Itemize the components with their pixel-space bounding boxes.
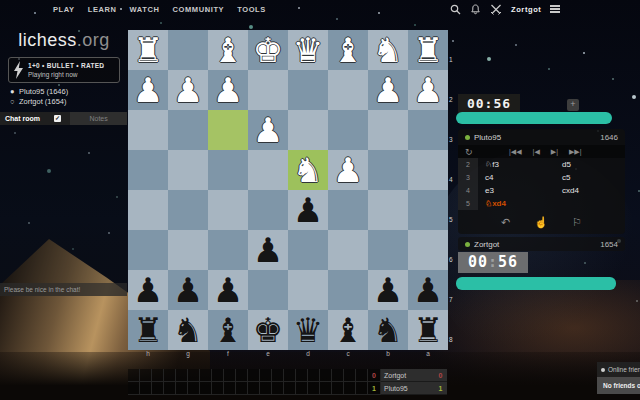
square-h1[interactable]: ♜ [128, 30, 168, 70]
file-label-e: e [248, 350, 288, 357]
crosstable-empty-cell [356, 382, 368, 395]
square-c4[interactable]: ♟ [328, 150, 368, 190]
nav-item-watch[interactable]: WATCH [130, 5, 160, 14]
crosstable-empty-cell [308, 369, 320, 382]
piece-black-rook: ♜ [128, 310, 168, 350]
black-player-link[interactable]: ○Zortgot (1654) [10, 97, 68, 107]
piece-black-pawn: ♟ [408, 270, 448, 310]
square-d1[interactable]: ♛ [288, 30, 328, 70]
crosstable-empty-cell [200, 369, 212, 382]
opponent-clock: 00:56 [458, 94, 520, 113]
square-h7[interactable]: ♟ [128, 270, 168, 310]
opponent-row: Pluto95 1646 [458, 129, 625, 145]
username-menu[interactable]: Zortgot [511, 5, 541, 14]
square-c7[interactable] [328, 270, 368, 310]
crosstable-empty-cell [236, 382, 248, 395]
rank-label-1: 1 [449, 30, 457, 70]
crosstable-empty-cell [236, 369, 248, 382]
hamburger-menu-icon[interactable] [550, 4, 560, 15]
rank-label-2: 2 [449, 70, 457, 110]
piece-black-pawn: ♟ [128, 270, 168, 310]
piece-black-bishop: ♝ [208, 310, 248, 350]
move-black[interactable]: d5 [555, 158, 625, 171]
file-label-f: f [208, 350, 248, 357]
piece-black-knight: ♞ [168, 310, 208, 350]
square-a5[interactable] [408, 190, 448, 230]
piece-white-pawn: ♟ [368, 70, 408, 110]
player-name[interactable]: Zortgot [474, 240, 499, 249]
tab-notes[interactable]: Notes [70, 112, 127, 125]
crosstable-empty-cell [212, 382, 224, 395]
move-white[interactable]: ♘f3 [478, 158, 555, 171]
move-black[interactable]: cxd4 [555, 184, 625, 197]
crosstable-empty-cell [188, 369, 200, 382]
crosstable-empty-cell [248, 369, 260, 382]
crosstable-empty-cell [284, 382, 296, 395]
square-h6[interactable] [128, 230, 168, 270]
top-nav: PLAY LEARN WATCH COMMUNITY TOOLS Zortgot [0, 0, 640, 18]
square-g7[interactable]: ♟ [168, 270, 208, 310]
chess-board: ♜♝♚♛♝♞♜♟♟♟♟♟♟♞♟♟♟♟♟♟♟♟♜♞♝♚♛♝♞♜ [128, 30, 448, 350]
square-c2[interactable] [328, 70, 368, 110]
square-h4[interactable] [128, 150, 168, 190]
white-player-marker: ● [10, 87, 19, 97]
player-time-bar [456, 277, 616, 290]
crosstable-empty-cell [188, 382, 200, 395]
piece-white-pawn: ♟ [328, 150, 368, 190]
resign-flag-button[interactable]: ⚐ [572, 216, 582, 229]
square-a3[interactable] [408, 110, 448, 150]
square-e6[interactable]: ♟ [248, 230, 288, 270]
white-player-link[interactable]: ●Pluto95 (1646) [10, 87, 68, 97]
rank-label-4: 4 [449, 150, 457, 190]
square-f1[interactable]: ♝ [208, 30, 248, 70]
piece-black-pawn: ♟ [248, 230, 288, 270]
rank-label-6: 6 [449, 230, 457, 270]
crosstable-empty-cell [344, 369, 356, 382]
piece-white-knight: ♞ [368, 30, 408, 70]
crosstable-total-score: 1 [434, 382, 447, 395]
square-c3[interactable] [328, 110, 368, 150]
square-a7[interactable]: ♟ [408, 270, 448, 310]
game-time-mode: 1+0 • BULLET • RATED [28, 61, 104, 70]
move-list: 2♘f3d53c4c54e3cxd45♘xd4 [458, 158, 625, 212]
crosstable-empty-cell [164, 369, 176, 382]
crosstable-empty-cell [296, 382, 308, 395]
piece-white-rook: ♜ [128, 30, 168, 70]
crosstable-empty-cell [260, 382, 272, 395]
crosstable-empty-cell [176, 369, 188, 382]
file-coordinates: hgfedcba [128, 350, 448, 357]
tab-chat-room[interactable]: Chat room ✓ [0, 112, 70, 125]
prev-move-button[interactable]: |◀ [533, 148, 540, 156]
piece-white-rook: ♜ [408, 30, 448, 70]
crosstable-empty-cell [272, 382, 284, 395]
square-e5[interactable] [248, 190, 288, 230]
piece-white-bishop: ♝ [208, 30, 248, 70]
square-a8[interactable]: ♜ [408, 310, 448, 350]
crosstable-empty-cell [296, 369, 308, 382]
crosstable-empty-cell [128, 382, 140, 395]
square-f2[interactable]: ♟ [208, 70, 248, 110]
move-number: 4 [458, 184, 478, 197]
crosstable-empty-cell [332, 382, 344, 395]
crosstable-empty-cell [176, 382, 188, 395]
square-d2[interactable] [288, 70, 328, 110]
square-h3[interactable] [128, 110, 168, 150]
crosstable-empty-cell [140, 369, 152, 382]
square-e8[interactable]: ♚ [248, 310, 288, 350]
piece-white-queen: ♛ [288, 30, 328, 70]
nav-item-community[interactable]: COMMUNITY [173, 5, 225, 14]
clock-colon: : [488, 253, 498, 271]
crosstable-total-score: 0 [434, 369, 447, 382]
chat-input[interactable]: Please be nice in the chat! [0, 283, 127, 296]
square-g1[interactable] [168, 30, 208, 70]
rank-label-7: 7 [449, 270, 457, 310]
piece-white-pawn: ♟ [208, 70, 248, 110]
piece-black-king: ♚ [248, 310, 288, 350]
opponent-rating: 1646 [600, 133, 618, 142]
lichess-logo[interactable]: lichess.org [0, 30, 128, 51]
crosstable-game-result[interactable]: 1 [368, 382, 381, 395]
file-label-h: h [128, 350, 168, 357]
online-friends-box: Online friends No friends online [597, 362, 640, 394]
crosstable-empty-cell [128, 369, 140, 382]
move-white[interactable]: ♘xd4 [478, 197, 555, 210]
square-h8[interactable]: ♜ [128, 310, 168, 350]
square-b7[interactable]: ♟ [368, 270, 408, 310]
square-e7[interactable] [248, 270, 288, 310]
square-g2[interactable]: ♟ [168, 70, 208, 110]
crosstable-empty-cell [284, 369, 296, 382]
square-g8[interactable]: ♞ [168, 310, 208, 350]
piece-black-pawn: ♟ [288, 190, 328, 230]
square-g6[interactable] [168, 230, 208, 270]
piece-white-pawn: ♟ [248, 110, 288, 150]
game-status: Playing right now [28, 70, 104, 79]
file-label-a: a [408, 350, 448, 357]
opponent-time-bar [456, 112, 612, 124]
square-e4[interactable] [248, 150, 288, 190]
square-b1[interactable]: ♞ [368, 30, 408, 70]
piece-black-pawn: ♟ [208, 270, 248, 310]
square-f8[interactable]: ♝ [208, 310, 248, 350]
move-number: 3 [458, 171, 478, 184]
crosstable-empty-cell [260, 369, 272, 382]
crosstable-empty-cell [272, 369, 284, 382]
move-row: 2♘f3d5 [458, 158, 625, 171]
file-label-g: g [168, 350, 208, 357]
chat-messages-area [0, 125, 127, 283]
piece-white-knight: ♞ [288, 150, 328, 190]
move-row: 5♘xd4 [458, 197, 625, 210]
lightning-bolt-icon [14, 61, 23, 79]
crosstable-empty-cell [224, 382, 236, 395]
move-black[interactable] [555, 197, 625, 210]
no-friends-message: No friends online [597, 377, 640, 394]
piece-white-pawn: ♟ [168, 70, 208, 110]
square-a2[interactable]: ♟ [408, 70, 448, 110]
opponent-name[interactable]: Pluto95 [474, 133, 501, 142]
square-h2[interactable]: ♟ [128, 70, 168, 110]
square-b2[interactable]: ♟ [368, 70, 408, 110]
piece-black-pawn: ♟ [368, 270, 408, 310]
crosstable-empty-cell [308, 382, 320, 395]
piece-white-bishop: ♝ [328, 30, 368, 70]
crosstable-player-name[interactable]: Pluto95 [381, 382, 434, 395]
first-move-button[interactable]: |◀◀ [509, 148, 522, 156]
player-rating: 1654 [600, 240, 618, 249]
square-c5[interactable] [328, 190, 368, 230]
next-move-button[interactable]: ▶| [551, 148, 558, 156]
challenge-swords-icon[interactable] [490, 4, 502, 15]
square-b5[interactable] [368, 190, 408, 230]
crosstable-empty-cell [152, 382, 164, 395]
crosstable-empty-cell [356, 369, 368, 382]
match-crosstable: 0Zortgot01Pluto951 [128, 369, 448, 395]
game-action-buttons: ↶ ☝ ⚐ [458, 212, 625, 232]
file-label-b: b [368, 350, 408, 357]
last-move-button[interactable]: ▶▶| [569, 148, 582, 156]
move-row: 3c4c5 [458, 171, 625, 184]
move-row: 4e3cxd4 [458, 184, 625, 197]
square-c6[interactable] [328, 230, 368, 270]
crosstable-empty-cell [332, 369, 344, 382]
square-a6[interactable] [408, 230, 448, 270]
piece-black-pawn: ♟ [168, 270, 208, 310]
square-d6[interactable] [288, 230, 328, 270]
move-number: 5 [458, 197, 478, 210]
square-c8[interactable]: ♝ [328, 310, 368, 350]
square-b4[interactable] [368, 150, 408, 190]
online-dot-icon [465, 242, 470, 247]
game-info-box: 1+0 • BULLET • RATED Playing right now [8, 57, 120, 83]
square-e2[interactable] [248, 70, 288, 110]
square-a4[interactable] [408, 150, 448, 190]
square-b3[interactable] [368, 110, 408, 150]
square-g3[interactable] [168, 110, 208, 150]
crosstable-row: 1Pluto951 [128, 382, 448, 395]
file-label-d: d [288, 350, 328, 357]
black-player-marker: ○ [10, 97, 19, 107]
square-b8[interactable]: ♞ [368, 310, 408, 350]
chat-panel: Chat room ✓ Notes Please be nice in the … [0, 112, 127, 296]
crosstable-empty-cell [164, 382, 176, 395]
piece-black-knight: ♞ [368, 310, 408, 350]
offer-draw-button[interactable]: ☝ [534, 216, 548, 229]
crosstable-empty-cell [320, 369, 332, 382]
square-f6[interactable] [208, 230, 248, 270]
move-nav-bar: ↻ |◀◀ |◀ ▶| ▶▶| [458, 145, 625, 158]
square-f5[interactable] [208, 190, 248, 230]
square-d7[interactable] [288, 270, 328, 310]
nav-item-learn[interactable]: LEARN [88, 5, 117, 14]
crosstable-empty-cell [344, 382, 356, 395]
crosstable-empty-cell [224, 369, 236, 382]
square-d4[interactable]: ♞ [288, 150, 328, 190]
square-d5[interactable]: ♟ [288, 190, 328, 230]
piece-white-pawn: ♟ [128, 70, 168, 110]
chat-toggle-checkbox[interactable]: ✓ [54, 115, 61, 122]
rank-label-5: 5 [449, 190, 457, 230]
crosstable-player-name[interactable]: Zortgot [381, 369, 434, 382]
piece-white-pawn: ♟ [408, 70, 448, 110]
square-f3[interactable] [208, 110, 248, 150]
square-c1[interactable]: ♝ [328, 30, 368, 70]
crosstable-empty-cell [152, 369, 164, 382]
crosstable-row: 0Zortgot0 [128, 369, 448, 382]
file-label-c: c [328, 350, 368, 357]
piece-black-queen: ♛ [288, 310, 328, 350]
square-d3[interactable] [288, 110, 328, 150]
search-icon[interactable] [450, 4, 461, 15]
move-white[interactable]: c4 [478, 171, 555, 184]
square-g4[interactable] [168, 150, 208, 190]
takeback-button[interactable]: ↶ [501, 216, 510, 229]
square-g5[interactable] [168, 190, 208, 230]
square-b6[interactable] [368, 230, 408, 270]
chat-header: Chat room ✓ Notes [0, 112, 127, 125]
crosstable-empty-cell [200, 382, 212, 395]
nav-item-play[interactable]: PLAY [53, 5, 75, 14]
bell-icon[interactable] [470, 4, 481, 15]
cycle-icon[interactable]: ↻ [465, 147, 473, 157]
square-f7[interactable]: ♟ [208, 270, 248, 310]
piece-white-king: ♚ [248, 30, 288, 70]
game-player-list: ●Pluto95 (1646) ○Zortgot (1654) [10, 87, 68, 107]
crosstable-empty-cell [140, 382, 152, 395]
rank-coordinates: 12345678 [449, 30, 457, 350]
move-white[interactable]: e3 [478, 184, 555, 197]
move-list-panel: Pluto95 1646 ↻ |◀◀ |◀ ▶| ▶▶| 2♘f3d53c4c5… [458, 129, 625, 234]
crosstable-empty-cell [212, 369, 224, 382]
square-e1[interactable]: ♚ [248, 30, 288, 70]
square-f4[interactable] [208, 150, 248, 190]
square-h5[interactable] [128, 190, 168, 230]
online-dot-icon [465, 135, 470, 140]
piece-black-rook: ♜ [408, 310, 448, 350]
rank-label-8: 8 [449, 310, 457, 350]
move-black[interactable]: c5 [555, 171, 625, 184]
crosstable-empty-cell [248, 382, 260, 395]
square-d8[interactable]: ♛ [288, 310, 328, 350]
nav-item-tools[interactable]: TOOLS [237, 5, 266, 14]
player-clock: 00:56 [458, 252, 528, 273]
crosstable-empty-cell [320, 382, 332, 395]
friends-dot-icon [601, 368, 605, 372]
crosstable-game-result[interactable]: 0 [368, 369, 381, 382]
give-time-button[interactable]: + [567, 99, 579, 111]
square-e3[interactable]: ♟ [248, 110, 288, 150]
move-number: 2 [458, 158, 478, 171]
player-row: Zortgot 1654 [458, 237, 625, 251]
square-a1[interactable]: ♜ [408, 30, 448, 70]
online-friends-header[interactable]: Online friends [597, 362, 640, 377]
piece-black-bishop: ♝ [328, 310, 368, 350]
